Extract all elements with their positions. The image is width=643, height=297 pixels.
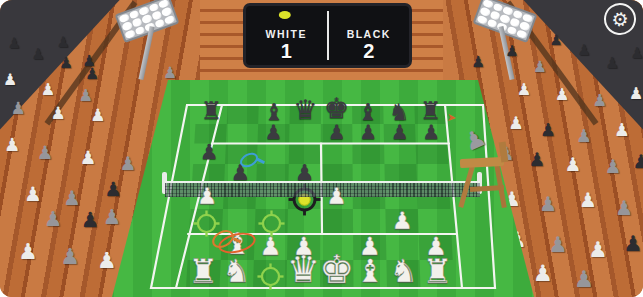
piece-white-pawn-a4[interactable]: ♟ [197, 185, 218, 208]
piece-black-queen-d8[interactable]: ♛ [293, 96, 317, 123]
piece-black-pawn-a6[interactable]: ♟ [200, 142, 219, 163]
scoreboard-white-label: WHITE [266, 28, 307, 40]
piece-black-pawn-g7[interactable]: ♟ [391, 122, 409, 142]
piece-black-pawn-c7[interactable]: ♟ [264, 122, 282, 142]
scoreboard-white-half: WHITE 1 [246, 6, 327, 65]
piece-white-pawn-g3[interactable]: ♟ [391, 209, 413, 233]
piece-white-pawn-e4[interactable]: ♟ [326, 185, 347, 208]
piece-white-knight-b1[interactable]: ♞ [222, 256, 250, 288]
arrow-hint-h8: ➤ [446, 112, 456, 124]
scoreboard: WHITE 1 BLACK 2 [243, 3, 412, 68]
piece-white-rook-h1[interactable]: ♜ [422, 255, 452, 288]
gear-icon: ⚙ [610, 8, 630, 30]
scoreboard-black-half: BLACK 2 [329, 6, 410, 65]
piece-black-pawn-e7[interactable]: ♟ [328, 122, 346, 142]
chair-back [499, 142, 509, 163]
piece-white-pawn-c2[interactable]: ♟ [259, 234, 281, 259]
scoreboard-black-score: 2 [363, 40, 374, 62]
piece-white-king-e1[interactable]: ♚ [319, 250, 354, 289]
umpire-chair: ♟ [452, 144, 520, 210]
piece-black-pawn-h7[interactable]: ♟ [422, 122, 440, 142]
move-target-c1[interactable] [257, 263, 284, 290]
piece-white-queen-d1[interactable]: ♛ [287, 252, 320, 289]
piece-white-bishop-f1[interactable]: ♝ [356, 256, 384, 288]
scoreboard-white-score: 1 [281, 40, 292, 62]
scoreboard-black-label: BLACK [347, 28, 391, 40]
piece-black-rook-a8[interactable]: ♜ [200, 99, 222, 123]
piece-white-knight-g1[interactable]: ♞ [389, 256, 417, 288]
piece-white-rook-a1[interactable]: ♜ [188, 255, 218, 288]
chess-tennis-game-screen: ♜♝♛♚♝♞♜♟♟♟♟♟♟♟♟♟♟♟♝♟♟♟♟♜♞♛♚♝♞♜➤ ♟ WHITE … [0, 0, 643, 297]
serve-indicator-ball [279, 11, 291, 19]
piece-black-pawn-f7[interactable]: ♟ [359, 122, 377, 142]
